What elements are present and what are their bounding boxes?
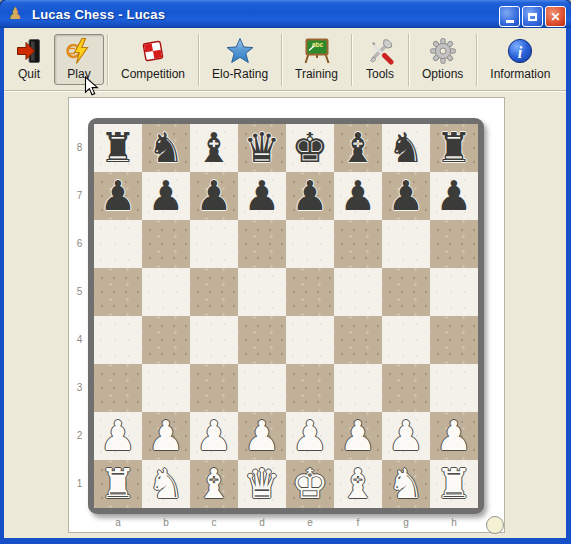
- square-d1[interactable]: ♛: [238, 460, 286, 508]
- svg-text:i: i: [518, 44, 523, 61]
- black-rook: ♜: [430, 124, 478, 172]
- white-pawn: ♟: [94, 412, 142, 460]
- black-pawn: ♟: [142, 172, 190, 220]
- toolbar-label: Elo-Rating: [212, 67, 268, 81]
- white-pawn: ♟: [334, 412, 382, 460]
- square-d7[interactable]: ♟: [238, 172, 286, 220]
- square-h4[interactable]: [430, 316, 478, 364]
- toolbar-button-competition[interactable]: Competition: [111, 34, 195, 85]
- rank-label-7: 7: [73, 172, 86, 220]
- square-g1[interactable]: ♞: [382, 460, 430, 508]
- tools-icon: [365, 37, 395, 65]
- square-b1[interactable]: ♞: [142, 460, 190, 508]
- toolbar-label: Options: [422, 67, 463, 81]
- square-g7[interactable]: ♟: [382, 172, 430, 220]
- square-b8[interactable]: ♞: [142, 124, 190, 172]
- black-bishop: ♝: [190, 124, 238, 172]
- square-e3[interactable]: [286, 364, 334, 412]
- rank-label-5: 5: [73, 268, 86, 316]
- square-f3[interactable]: [334, 364, 382, 412]
- toolbar-label: Information: [490, 67, 550, 81]
- black-pawn: ♟: [430, 172, 478, 220]
- black-bishop: ♝: [334, 124, 382, 172]
- square-f6[interactable]: [334, 220, 382, 268]
- rank-label-1: 1: [73, 460, 86, 508]
- square-c7[interactable]: ♟: [190, 172, 238, 220]
- square-f5[interactable]: [334, 268, 382, 316]
- minimize-button[interactable]: [499, 6, 520, 27]
- square-b2[interactable]: ♟: [142, 412, 190, 460]
- toolbar-button-quit[interactable]: Quit: [4, 34, 54, 85]
- rank-label-3: 3: [73, 364, 86, 412]
- toolbar-button-training[interactable]: abcTraining: [285, 34, 348, 85]
- square-b4[interactable]: [142, 316, 190, 364]
- turn-indicator: [486, 516, 504, 534]
- file-label-d: d: [238, 516, 286, 529]
- square-e4[interactable]: [286, 316, 334, 364]
- rank-label-6: 6: [73, 220, 86, 268]
- square-b5[interactable]: [142, 268, 190, 316]
- white-knight: ♞: [382, 460, 430, 508]
- square-d8[interactable]: ♛: [238, 124, 286, 172]
- square-d5[interactable]: [238, 268, 286, 316]
- rank-labels: 87654321: [73, 124, 86, 508]
- square-h2[interactable]: ♟: [430, 412, 478, 460]
- board-frame: ♜♞♝♛♚♝♞♜♟♟♟♟♟♟♟♟♟♟♟♟♟♟♟♟♜♞♝♛♚♝♞♜: [88, 118, 484, 514]
- square-f8[interactable]: ♝: [334, 124, 382, 172]
- white-queen: ♛: [238, 460, 286, 508]
- mouse-cursor: [84, 76, 102, 102]
- square-c6[interactable]: [190, 220, 238, 268]
- square-g3[interactable]: [382, 364, 430, 412]
- toolbar-separator: [351, 34, 352, 86]
- close-button[interactable]: ✕: [545, 6, 566, 27]
- square-f1[interactable]: ♝: [334, 460, 382, 508]
- toolbar-separator: [198, 34, 199, 86]
- square-e7[interactable]: ♟: [286, 172, 334, 220]
- white-pawn: ♟: [142, 412, 190, 460]
- square-c2[interactable]: ♟: [190, 412, 238, 460]
- toolbar-button-information[interactable]: iInformation: [480, 34, 560, 85]
- square-e8[interactable]: ♚: [286, 124, 334, 172]
- square-g6[interactable]: [382, 220, 430, 268]
- square-c5[interactable]: [190, 268, 238, 316]
- window-title: Lucas Chess - Lucas: [32, 7, 165, 22]
- gear-icon: [428, 37, 458, 65]
- square-c3[interactable]: [190, 364, 238, 412]
- info-icon: i: [505, 37, 535, 65]
- rank-label-4: 4: [73, 316, 86, 364]
- square-h6[interactable]: [430, 220, 478, 268]
- black-pawn: ♟: [334, 172, 382, 220]
- toolbar-label: Training: [295, 67, 338, 81]
- square-f2[interactable]: ♟: [334, 412, 382, 460]
- white-pawn: ♟: [190, 412, 238, 460]
- window-content: QuitPlayCompetitionElo-RatingabcTraining…: [4, 28, 566, 538]
- black-pawn: ♟: [94, 172, 142, 220]
- file-label-h: h: [430, 516, 478, 529]
- square-a5[interactable]: [94, 268, 142, 316]
- file-label-g: g: [382, 516, 430, 529]
- square-c8[interactable]: ♝: [190, 124, 238, 172]
- file-labels: abcdefgh: [94, 516, 478, 529]
- black-king: ♚: [286, 124, 334, 172]
- white-rook: ♜: [94, 460, 142, 508]
- file-label-e: e: [286, 516, 334, 529]
- square-a6[interactable]: [94, 220, 142, 268]
- toolbar-button-tools[interactable]: Tools: [355, 34, 405, 85]
- square-d3[interactable]: [238, 364, 286, 412]
- square-e6[interactable]: [286, 220, 334, 268]
- white-bishop: ♝: [190, 460, 238, 508]
- toolbar-label: Quit: [18, 67, 40, 81]
- chess-board[interactable]: ♜♞♝♛♚♝♞♜♟♟♟♟♟♟♟♟♟♟♟♟♟♟♟♟♜♞♝♛♚♝♞♜: [94, 124, 478, 508]
- toolbar-button-elo-rating[interactable]: Elo-Rating: [202, 34, 278, 85]
- play-lightning-icon: [64, 37, 94, 65]
- square-d6[interactable]: [238, 220, 286, 268]
- chalkboard-icon: abc: [302, 37, 332, 65]
- file-label-f: f: [334, 516, 382, 529]
- app-window: ♟ Lucas Chess - Lucas ✕ QuitPlayCompetit…: [0, 0, 571, 544]
- black-pawn: ♟: [238, 172, 286, 220]
- app-pawn-icon: ♟: [8, 4, 26, 24]
- close-icon: ✕: [550, 11, 560, 23]
- white-pawn: ♟: [238, 412, 286, 460]
- square-h5[interactable]: [430, 268, 478, 316]
- toolbar-separator: [281, 34, 282, 86]
- square-c1[interactable]: ♝: [190, 460, 238, 508]
- square-b7[interactable]: ♟: [142, 172, 190, 220]
- black-knight: ♞: [382, 124, 430, 172]
- square-a3[interactable]: [94, 364, 142, 412]
- square-d2[interactable]: ♟: [238, 412, 286, 460]
- toolbar-separator: [408, 34, 409, 86]
- toolbar-label: Tools: [366, 67, 394, 81]
- black-pawn: ♟: [286, 172, 334, 220]
- black-rook: ♜: [94, 124, 142, 172]
- minimize-icon: [506, 20, 514, 23]
- square-h1[interactable]: ♜: [430, 460, 478, 508]
- square-f4[interactable]: [334, 316, 382, 364]
- square-e5[interactable]: [286, 268, 334, 316]
- file-label-c: c: [190, 516, 238, 529]
- toolbar-separator: [476, 34, 477, 86]
- square-g4[interactable]: [382, 316, 430, 364]
- square-c4[interactable]: [190, 316, 238, 364]
- square-h8[interactable]: ♜: [430, 124, 478, 172]
- quit-door-icon: [14, 37, 44, 65]
- square-a7[interactable]: ♟: [94, 172, 142, 220]
- toolbar-button-options[interactable]: Options: [412, 34, 473, 85]
- square-e2[interactable]: ♟: [286, 412, 334, 460]
- maximize-button[interactable]: [522, 6, 543, 27]
- file-label-a: a: [94, 516, 142, 529]
- square-g2[interactable]: ♟: [382, 412, 430, 460]
- square-d4[interactable]: [238, 316, 286, 364]
- black-pawn: ♟: [190, 172, 238, 220]
- square-b6[interactable]: [142, 220, 190, 268]
- white-king: ♚: [286, 460, 334, 508]
- star-icon: [225, 37, 255, 65]
- square-g8[interactable]: ♞: [382, 124, 430, 172]
- black-knight: ♞: [142, 124, 190, 172]
- title-bar[interactable]: ♟ Lucas Chess - Lucas ✕: [0, 0, 571, 28]
- file-label-b: b: [142, 516, 190, 529]
- white-rook: ♜: [430, 460, 478, 508]
- black-pawn: ♟: [382, 172, 430, 220]
- square-e1[interactable]: ♚: [286, 460, 334, 508]
- toolbar-label: Competition: [121, 67, 185, 81]
- square-a1[interactable]: ♜: [94, 460, 142, 508]
- square-g5[interactable]: [382, 268, 430, 316]
- maximize-icon: [528, 13, 537, 21]
- competition-checkered-icon: [138, 37, 168, 65]
- black-queen: ♛: [238, 124, 286, 172]
- square-h7[interactable]: ♟: [430, 172, 478, 220]
- white-pawn: ♟: [430, 412, 478, 460]
- square-a8[interactable]: ♜: [94, 124, 142, 172]
- rank-label-2: 2: [73, 412, 86, 460]
- white-pawn: ♟: [382, 412, 430, 460]
- square-a2[interactable]: ♟: [94, 412, 142, 460]
- white-pawn: ♟: [286, 412, 334, 460]
- toolbar-separator: [107, 34, 108, 86]
- white-knight: ♞: [142, 460, 190, 508]
- square-f7[interactable]: ♟: [334, 172, 382, 220]
- white-bishop: ♝: [334, 460, 382, 508]
- square-b3[interactable]: [142, 364, 190, 412]
- rank-label-8: 8: [73, 124, 86, 172]
- square-h3[interactable]: [430, 364, 478, 412]
- board-panel: 87654321 ♜♞♝♛♚♝♞♜♟♟♟♟♟♟♟♟♟♟♟♟♟♟♟♟♜♞♝♛♚♝♞…: [68, 97, 505, 533]
- square-a4[interactable]: [94, 316, 142, 364]
